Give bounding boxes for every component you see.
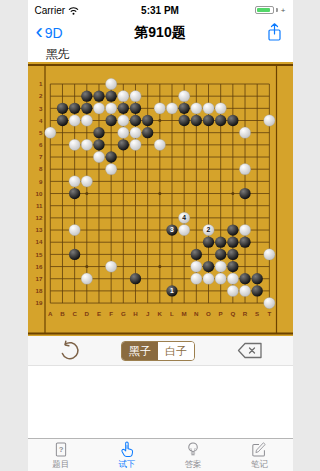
white-stone-P17 [215,273,226,284]
svg-text:F: F [109,310,113,317]
white-stone-R8 [239,164,250,175]
white-stone-D4 [81,115,92,126]
stone-controls-bar: 黑子 白子 [28,336,293,366]
white-stone-F1 [105,78,116,89]
black-stone-O14 [202,237,213,248]
white-stone-T19 [263,297,274,308]
svg-text:T: T [267,310,271,317]
black-stone-F2 [105,91,116,102]
svg-text:N: N [194,310,199,317]
tab-bar: ? 题目 试下 答案 笔记 [28,438,293,471]
delete-button[interactable] [237,342,263,359]
black-stone-S18 [251,285,262,296]
black-stone-S17 [251,273,262,284]
white-stone-T4 [263,115,274,126]
white-stone-O17 [202,273,213,284]
black-stone-M3 [178,103,189,114]
turn-indicator: 黑先 [28,46,293,62]
black-stone-B3 [56,103,67,114]
white-stone-R13 [239,224,250,235]
black-stone-F7 [105,151,116,162]
black-stone-M4 [178,115,189,126]
svg-text:3: 3 [39,105,43,112]
white-stone-G5 [117,127,128,138]
svg-text:K: K [157,310,162,317]
white-stone-G2 [117,91,128,102]
white-stone-K3 [154,103,165,114]
white-stone-K6 [154,139,165,150]
svg-text:12: 12 [35,214,42,221]
svg-text:8: 8 [39,165,43,172]
black-stone-R10 [239,188,250,199]
stone-color-segmented-control: 黑子 白子 [121,341,195,361]
black-stone-D2 [81,91,92,102]
white-stone-P3 [215,103,226,114]
svg-text:6: 6 [39,141,43,148]
white-stone-C13 [68,224,79,235]
tab-notes[interactable]: 笔记 [226,439,292,471]
white-stone-T15 [263,249,274,260]
white-stone-D6 [81,139,92,150]
tab-answer[interactable]: 答案 [160,439,226,471]
svg-text:10: 10 [35,190,42,197]
black-stone-Q16 [227,261,238,272]
black-stone-D3 [81,103,92,114]
battery-indicator: + [255,6,285,15]
go-board-svg: 12345678910111213141516171819ABCDEFGHJKL… [28,62,293,336]
share-icon [266,22,283,43]
black-stone-E2 [93,91,104,102]
black-stone-P15 [215,249,226,260]
svg-text:15: 15 [35,251,42,258]
svg-text:J: J [145,310,149,317]
svg-text:2: 2 [206,226,210,233]
black-stone-C3 [68,103,79,114]
white-stone-E3 [93,103,104,114]
black-stone-H4 [129,115,140,126]
white-stone-M13 [178,224,189,235]
black-stone-C10 [68,188,79,199]
svg-text:C: C [72,310,77,317]
black-stone-R17 [239,273,250,284]
black-stone-G6 [117,139,128,150]
svg-text:2: 2 [39,92,43,99]
white-stone-F3 [105,103,116,114]
black-stone-F4 [105,115,116,126]
undo-button[interactable] [58,340,80,362]
page-title: 第910题 [28,24,293,42]
svg-text:?: ? [58,445,63,454]
white-stone-E7 [93,151,104,162]
app-screen: Carrier 5:31 PM + ‹ 9D 第910题 黑先 [28,0,293,471]
wifi-icon [68,6,79,15]
svg-text:G: G [120,310,125,317]
white-stone-G4 [117,115,128,126]
svg-text:11: 11 [35,202,42,209]
white-stone-L3 [166,103,177,114]
undo-circular-arrow-icon [58,340,80,362]
svg-text:7: 7 [39,153,43,160]
black-stone-Q13 [227,224,238,235]
white-stone-N3 [190,103,201,114]
svg-text:R: R [242,310,247,317]
svg-text:16: 16 [35,263,42,270]
white-stone-R18 [239,285,250,296]
black-stone-E6 [93,139,104,150]
white-stone-C6 [68,139,79,150]
svg-text:4: 4 [39,117,43,124]
svg-text:S: S [255,310,259,317]
black-stone-Q15 [227,249,238,260]
svg-text:1: 1 [39,80,43,87]
white-stone-N16 [190,261,201,272]
status-bar: Carrier 5:31 PM + [28,0,293,20]
tab-problem[interactable]: ? 题目 [28,439,94,471]
svg-text:E: E [96,310,100,317]
black-stone-N15 [190,249,201,260]
black-stone-H17 [129,273,140,284]
white-stone-C4 [68,115,79,126]
back-chevron-icon: ‹ [36,22,43,42]
svg-text:9: 9 [39,178,43,185]
white-stone-O3 [202,103,213,114]
white-stone-Q18 [227,285,238,296]
black-stone-J4 [142,115,153,126]
svg-text:P: P [218,310,222,317]
white-stone-F16 [105,261,116,272]
white-stone-Q17 [227,273,238,284]
black-stone-P4 [215,115,226,126]
black-stone-C15 [68,249,79,260]
black-stone-H3 [129,103,140,114]
black-stone-O4 [202,115,213,126]
carrier-label: Carrier [35,5,66,16]
white-stone-N17 [190,273,201,284]
white-stone-C9 [68,176,79,187]
svg-text:B: B [60,310,65,317]
white-stone-P16 [215,261,226,272]
black-stone-E5 [93,127,104,138]
black-stone-G3 [117,103,128,114]
svg-text:18: 18 [35,287,42,294]
white-stone-R5 [239,127,250,138]
svg-text:L: L [170,310,174,317]
white-stone-H5 [129,127,140,138]
svg-text:13: 13 [35,226,42,233]
back-label: 9D [45,25,63,41]
backspace-icon [237,342,263,359]
svg-text:H: H [133,310,138,317]
question-document-icon: ? [51,441,71,458]
white-stone-button[interactable]: 白子 [158,342,194,360]
content-spacer [28,366,293,440]
white-stone-H2 [129,91,140,102]
note-pencil-icon [249,441,269,458]
black-stone-N4 [190,115,201,126]
battery-icon [255,6,274,14]
back-button[interactable]: ‹ 9D [36,23,63,43]
pointing-hand-icon [117,441,137,458]
svg-text:17: 17 [35,275,42,282]
white-stone-D9 [81,176,92,187]
white-stone-D17 [81,273,92,284]
go-board[interactable]: 12345678910111213141516171819ABCDEFGHJKL… [28,62,293,336]
white-stone-H6 [129,139,140,150]
black-stone-Q4 [227,115,238,126]
svg-text:5: 5 [39,129,43,136]
svg-text:4: 4 [182,214,186,221]
svg-text:O: O [206,310,211,317]
white-stone-F8 [105,164,116,175]
svg-text:M: M [181,310,186,317]
lightbulb-icon [183,441,203,458]
nav-bar: ‹ 9D 第910题 [28,20,293,46]
black-stone-P14 [215,237,226,248]
black-stone-B4 [56,115,67,126]
svg-text:14: 14 [35,238,42,245]
svg-text:3: 3 [170,226,174,233]
black-stone-O16 [202,261,213,272]
black-stone-Q14 [227,237,238,248]
white-stone-A5 [44,127,55,138]
black-stone-R14 [239,237,250,248]
svg-text:Q: Q [230,310,235,317]
svg-text:D: D [84,310,89,317]
svg-text:A: A [48,310,53,317]
svg-text:19: 19 [35,299,42,306]
svg-text:1: 1 [170,287,174,294]
share-button[interactable] [266,22,283,47]
black-stone-J5 [142,127,153,138]
battery-charging-plus: + [281,6,286,15]
black-stone-button[interactable]: 黑子 [122,342,158,360]
tab-try-moves[interactable]: 试下 [94,439,160,471]
white-stone-M2 [178,91,189,102]
